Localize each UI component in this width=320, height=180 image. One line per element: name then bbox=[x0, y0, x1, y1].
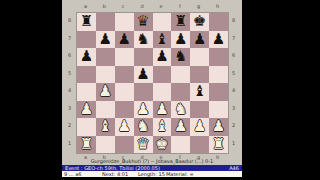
square-h6[interactable] bbox=[209, 48, 228, 66]
black-king-g8: ♚ bbox=[193, 13, 206, 31]
black-pawn-c7: ♟ bbox=[117, 31, 130, 49]
coordinate-label-5: 5 bbox=[229, 65, 238, 83]
coordinate-label-e: e bbox=[152, 2, 171, 11]
square-c6[interactable] bbox=[115, 48, 134, 66]
coordinate-label-c: c bbox=[114, 2, 133, 11]
square-a3[interactable]: ♟ bbox=[77, 101, 96, 119]
white-queen-d1: ♛ bbox=[136, 136, 149, 154]
square-g5[interactable] bbox=[190, 66, 209, 84]
white-bishop-e2: ♝ bbox=[155, 118, 168, 136]
material-balance: Material: = bbox=[166, 171, 194, 177]
coordinate-label-8: 8 bbox=[65, 12, 74, 30]
square-c2[interactable]: ♟ bbox=[115, 118, 134, 136]
square-h5[interactable] bbox=[209, 66, 228, 84]
square-h8[interactable] bbox=[209, 13, 228, 31]
square-e3[interactable]: ♟ bbox=[153, 101, 172, 119]
black-knight-d7: ♞ bbox=[136, 31, 149, 49]
square-f3[interactable]: ♞ bbox=[171, 101, 190, 119]
coordinate-label-2: 2 bbox=[65, 117, 74, 135]
square-d1[interactable]: ♛ bbox=[134, 136, 153, 154]
black-pawn-e6: ♟ bbox=[155, 48, 168, 66]
square-c7[interactable]: ♟ bbox=[115, 31, 134, 49]
square-c8[interactable] bbox=[115, 13, 134, 31]
square-e5[interactable] bbox=[153, 66, 172, 84]
square-f4[interactable] bbox=[171, 83, 190, 101]
square-a2[interactable] bbox=[77, 118, 96, 136]
white-pawn-f2: ♟ bbox=[174, 118, 187, 136]
square-e2[interactable]: ♝ bbox=[153, 118, 172, 136]
white-pawn-d3: ♟ bbox=[136, 101, 149, 119]
square-b4[interactable]: ♟ bbox=[96, 83, 115, 101]
square-a5[interactable] bbox=[77, 66, 96, 84]
white-pawn-h2: ♟ bbox=[212, 118, 225, 136]
square-f1[interactable] bbox=[171, 136, 190, 154]
coordinate-label-7: 7 bbox=[65, 30, 74, 48]
black-pawn-a6: ♟ bbox=[80, 48, 93, 66]
square-e7[interactable]: ♝ bbox=[153, 31, 172, 49]
square-f2[interactable]: ♟ bbox=[171, 118, 190, 136]
square-g8[interactable]: ♚ bbox=[190, 13, 209, 31]
square-h3[interactable] bbox=[209, 101, 228, 119]
square-e4[interactable] bbox=[153, 83, 172, 101]
chess-app-panel: abcdefgh 87654321 ♜♛♜♚♟♟♞♝♟♟♟♟♟♞♟♟♝♟♟♟♞♝… bbox=[62, 0, 242, 177]
coordinate-label-5: 5 bbox=[65, 65, 74, 83]
coordinate-label-3: 3 bbox=[229, 100, 238, 118]
black-pawn-h7: ♟ bbox=[212, 31, 225, 49]
square-a7[interactable] bbox=[77, 31, 96, 49]
coordinate-label-1: 1 bbox=[65, 135, 74, 153]
white-king-e1: ♚ bbox=[155, 136, 168, 154]
square-a1[interactable]: ♜ bbox=[77, 136, 96, 154]
square-f6[interactable]: ♞ bbox=[171, 48, 190, 66]
white-bishop-b2: ♝ bbox=[99, 118, 112, 136]
coordinate-label-4: 4 bbox=[65, 82, 74, 100]
square-f7[interactable]: ♟ bbox=[171, 31, 190, 49]
square-b3[interactable] bbox=[96, 101, 115, 119]
square-h1[interactable]: ♜ bbox=[209, 136, 228, 154]
white-knight-f3: ♞ bbox=[174, 101, 187, 119]
coordinate-label-8: 8 bbox=[229, 12, 238, 30]
video-frame: abcdefgh 87654321 ♜♛♜♚♟♟♞♝♟♟♟♟♟♞♟♟♝♟♟♟♞♝… bbox=[0, 0, 320, 180]
square-d7[interactable]: ♞ bbox=[134, 31, 153, 49]
coordinate-label-a: a bbox=[76, 2, 95, 11]
square-h7[interactable]: ♟ bbox=[209, 31, 228, 49]
coordinate-label-6: 6 bbox=[229, 47, 238, 65]
coordinate-label-1: 1 bbox=[229, 135, 238, 153]
coordinate-label-b: b bbox=[95, 2, 114, 11]
square-d2[interactable]: ♞ bbox=[134, 118, 153, 136]
square-g3[interactable] bbox=[190, 101, 209, 119]
file-labels-top: abcdefgh bbox=[76, 2, 227, 11]
black-queen-d8: ♛ bbox=[136, 13, 149, 31]
square-h4[interactable] bbox=[209, 83, 228, 101]
square-e1[interactable]: ♚ bbox=[153, 136, 172, 154]
black-rook-f8: ♜ bbox=[174, 13, 187, 31]
black-pawn-b7: ♟ bbox=[99, 31, 112, 49]
black-rook-a8: ♜ bbox=[80, 13, 93, 31]
square-d3[interactable]: ♟ bbox=[134, 101, 153, 119]
players-result-line: Gurgenidze_Bukhuti (?) -- Jobava_Baadur … bbox=[62, 158, 242, 164]
square-b2[interactable]: ♝ bbox=[96, 118, 115, 136]
black-bishop-g4: ♝ bbox=[193, 83, 206, 101]
square-e6[interactable]: ♟ bbox=[153, 48, 172, 66]
square-a6[interactable]: ♟ bbox=[77, 48, 96, 66]
square-g7[interactable]: ♟ bbox=[190, 31, 209, 49]
square-a4[interactable] bbox=[77, 83, 96, 101]
rank-labels-left: 87654321 bbox=[65, 12, 74, 152]
square-c1[interactable] bbox=[115, 136, 134, 154]
square-c4[interactable] bbox=[115, 83, 134, 101]
square-b1[interactable] bbox=[96, 136, 115, 154]
white-rook-a1: ♜ bbox=[80, 136, 93, 154]
white-pawn-e3: ♟ bbox=[155, 101, 168, 119]
coordinate-label-7: 7 bbox=[229, 30, 238, 48]
white-pawn-c2: ♟ bbox=[117, 118, 130, 136]
square-b8[interactable] bbox=[96, 13, 115, 31]
coordinate-label-h: h bbox=[208, 2, 227, 11]
square-d5[interactable]: ♟ bbox=[134, 66, 153, 84]
square-e8[interactable] bbox=[153, 13, 172, 31]
square-b5[interactable] bbox=[96, 66, 115, 84]
chess-board: ♜♛♜♚♟♟♞♝♟♟♟♟♟♞♟♟♝♟♟♟♞♝♟♞♝♟♟♟♜♛♚♜ bbox=[76, 12, 229, 154]
square-g4[interactable]: ♝ bbox=[190, 83, 209, 101]
square-g2[interactable]: ♟ bbox=[190, 118, 209, 136]
square-b6[interactable] bbox=[96, 48, 115, 66]
square-g1[interactable] bbox=[190, 136, 209, 154]
white-knight-d2: ♞ bbox=[136, 118, 149, 136]
white-pawn-g2: ♟ bbox=[193, 118, 206, 136]
coordinate-label-6: 6 bbox=[65, 47, 74, 65]
square-b7[interactable]: ♟ bbox=[96, 31, 115, 49]
square-d6[interactable] bbox=[134, 48, 153, 66]
square-h2[interactable]: ♟ bbox=[209, 118, 228, 136]
square-f5[interactable] bbox=[171, 66, 190, 84]
rank-labels-right: 87654321 bbox=[229, 12, 238, 152]
coordinate-label-g: g bbox=[189, 2, 208, 11]
white-pawn-a3: ♟ bbox=[80, 101, 93, 119]
square-f8[interactable]: ♜ bbox=[171, 13, 190, 31]
coordinate-label-2: 2 bbox=[229, 117, 238, 135]
move-indicator: 9 ... a6 bbox=[64, 171, 81, 177]
black-pawn-d5: ♟ bbox=[136, 66, 149, 84]
coordinate-label-f: f bbox=[170, 2, 189, 11]
coordinate-label-3: 3 bbox=[65, 100, 74, 118]
black-pawn-f7: ♟ bbox=[174, 31, 187, 49]
black-bishop-e7: ♝ bbox=[155, 31, 168, 49]
coordinate-label-d: d bbox=[133, 2, 152, 11]
coordinate-label-4: 4 bbox=[229, 82, 238, 100]
white-pawn-b4: ♟ bbox=[99, 83, 112, 101]
video-length: Length: 15 bbox=[138, 171, 165, 177]
square-g6[interactable] bbox=[190, 48, 209, 66]
status-bar: 9 ... a6 Next: 4:01 Length: 15 Material:… bbox=[62, 171, 242, 177]
square-c3[interactable] bbox=[115, 101, 134, 119]
square-a8[interactable]: ♜ bbox=[77, 13, 96, 31]
black-pawn-g7: ♟ bbox=[193, 31, 206, 49]
white-rook-h1: ♜ bbox=[212, 136, 225, 154]
black-knight-f6: ♞ bbox=[174, 48, 187, 66]
square-c5[interactable] bbox=[115, 66, 134, 84]
square-d4[interactable] bbox=[134, 83, 153, 101]
square-d8[interactable]: ♛ bbox=[134, 13, 153, 31]
next-time: Next: 4:01 bbox=[102, 171, 128, 177]
